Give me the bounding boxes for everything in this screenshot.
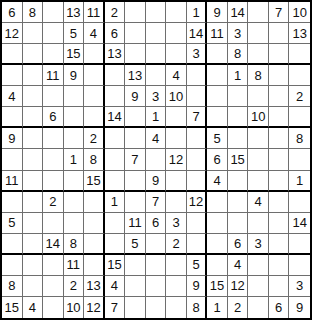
cell-r7c11-given: 5	[207, 128, 228, 149]
cell-r12c12-given: 6	[228, 234, 249, 255]
cell-r13c7-empty[interactable]	[125, 255, 146, 276]
cell-r12c8-empty[interactable]	[146, 234, 167, 255]
cell-r8c11-given: 6	[207, 149, 228, 170]
cell-r3c8-empty[interactable]	[146, 44, 167, 65]
cell-r8c3-empty[interactable]	[43, 149, 64, 170]
cell-r11c12-empty[interactable]	[228, 213, 249, 234]
cell-r10c5-empty[interactable]	[84, 192, 105, 213]
cell-r6c10-given: 7	[187, 107, 208, 128]
cell-r3c10-given: 3	[187, 44, 208, 65]
cell-r5c12-empty[interactable]	[228, 86, 249, 107]
cell-r2c4-given: 5	[64, 23, 85, 44]
cell-r1c15-given: 10	[289, 2, 310, 23]
cell-r14c13-empty[interactable]	[248, 276, 269, 297]
cell-r14c9-empty[interactable]	[166, 276, 187, 297]
cell-r5c5-empty[interactable]	[84, 86, 105, 107]
cell-r8c9-given: 12	[166, 149, 187, 170]
cell-r13c5-empty[interactable]	[84, 255, 105, 276]
cell-r6c12-empty[interactable]	[228, 107, 249, 128]
cell-r15c9-empty[interactable]	[166, 297, 187, 318]
cell-r8c5-given: 8	[84, 149, 105, 170]
cell-r7c7-empty[interactable]	[125, 128, 146, 149]
cell-r15c10-given: 8	[187, 297, 208, 318]
cell-r3c4-given: 15	[64, 44, 85, 65]
cell-r9c11-given: 4	[207, 171, 228, 192]
cell-r13c3-empty[interactable]	[43, 255, 64, 276]
cell-r9c13-empty[interactable]	[248, 171, 269, 192]
cell-r5c13-empty[interactable]	[248, 86, 269, 107]
cell-r7c2-empty[interactable]	[23, 128, 44, 149]
cell-r9c14-empty[interactable]	[269, 171, 290, 192]
cell-r2c6-given: 6	[105, 23, 126, 44]
cell-r5c6-empty[interactable]	[105, 86, 126, 107]
cell-r1c8-empty[interactable]	[146, 2, 167, 23]
cell-r15c11-given: 1	[207, 297, 228, 318]
cell-r5c4-empty[interactable]	[64, 86, 85, 107]
cell-r4c5-empty[interactable]	[84, 65, 105, 86]
cell-r4c1-empty[interactable]	[2, 65, 23, 86]
cell-r5c1-given: 4	[2, 86, 23, 107]
cell-r11c1-given: 5	[2, 213, 23, 234]
cell-r12c13-given: 3	[248, 234, 269, 255]
cell-r11c14-empty[interactable]	[269, 213, 290, 234]
cell-r3c13-empty[interactable]	[248, 44, 269, 65]
cell-r14c3-empty[interactable]	[43, 276, 64, 297]
cell-r12c9-given: 2	[166, 234, 187, 255]
cell-r4c9-given: 4	[166, 65, 187, 86]
cell-r5c14-empty[interactable]	[269, 86, 290, 107]
cell-r1c12-given: 14	[228, 2, 249, 23]
cell-r1c9-empty[interactable]	[166, 2, 187, 23]
cell-r3c12-given: 8	[228, 44, 249, 65]
cell-r9c15-given: 1	[289, 171, 310, 192]
cell-r5c15-given: 2	[289, 86, 310, 107]
cell-r13c1-empty[interactable]	[2, 255, 23, 276]
cell-r11c13-empty[interactable]	[248, 213, 269, 234]
cell-r15c8-empty[interactable]	[146, 297, 167, 318]
cell-r7c13-empty[interactable]	[248, 128, 269, 149]
cell-r9c12-empty[interactable]	[228, 171, 249, 192]
cell-r1c7-empty[interactable]	[125, 2, 146, 23]
cell-r8c14-empty[interactable]	[269, 149, 290, 170]
cell-r1c6-given: 2	[105, 2, 126, 23]
cell-r2c9-empty[interactable]	[166, 23, 187, 44]
cell-r9c7-empty[interactable]	[125, 171, 146, 192]
cell-r14c11-given: 15	[207, 276, 228, 297]
cell-r12c3-given: 14	[43, 234, 64, 255]
cell-r10c6-given: 1	[105, 192, 126, 213]
cell-r12c2-empty[interactable]	[23, 234, 44, 255]
cell-r4c2-empty[interactable]	[23, 65, 44, 86]
cell-r12c15-empty[interactable]	[289, 234, 310, 255]
cell-r10c1-empty[interactable]	[2, 192, 23, 213]
cell-r13c15-empty[interactable]	[289, 255, 310, 276]
cell-r2c11-given: 11	[207, 23, 228, 44]
cell-r5c11-empty[interactable]	[207, 86, 228, 107]
cell-r15c12-given: 2	[228, 297, 249, 318]
cell-r14c4-given: 2	[64, 276, 85, 297]
cell-r10c3-given: 2	[43, 192, 64, 213]
cell-r3c9-empty[interactable]	[166, 44, 187, 65]
cell-r2c7-empty[interactable]	[125, 23, 146, 44]
cell-r5c2-empty[interactable]	[23, 86, 44, 107]
cell-r11c10-empty[interactable]	[187, 213, 208, 234]
cell-r3c7-empty[interactable]	[125, 44, 146, 65]
cell-r6c15-empty[interactable]	[289, 107, 310, 128]
cell-r14c2-empty[interactable]	[23, 276, 44, 297]
cell-r1c4-given: 13	[64, 2, 85, 23]
cell-r14c6-given: 4	[105, 276, 126, 297]
cell-r10c2-empty[interactable]	[23, 192, 44, 213]
cell-r9c9-empty[interactable]	[166, 171, 187, 192]
cell-r11c11-empty[interactable]	[207, 213, 228, 234]
cell-r13c6-given: 15	[105, 255, 126, 276]
cell-r12c6-empty[interactable]	[105, 234, 126, 255]
cell-r15c15-given: 9	[289, 297, 310, 318]
cell-r1c14-given: 7	[269, 2, 290, 23]
cell-r8c15-empty[interactable]	[289, 149, 310, 170]
cell-r3c2-empty[interactable]	[23, 44, 44, 65]
cell-r9c8-given: 9	[146, 171, 167, 192]
cell-r15c6-given: 7	[105, 297, 126, 318]
cell-r9c2-empty[interactable]	[23, 171, 44, 192]
cell-r12c5-empty[interactable]	[84, 234, 105, 255]
cell-r10c12-empty[interactable]	[228, 192, 249, 213]
cell-r1c10-given: 1	[187, 2, 208, 23]
cell-r5c8-given: 3	[146, 86, 167, 107]
cell-r7c1-given: 9	[2, 128, 23, 149]
cell-r11c2-empty[interactable]	[23, 213, 44, 234]
cell-r7c15-given: 8	[289, 128, 310, 149]
cell-r4c10-empty[interactable]	[187, 65, 208, 86]
cell-r15c1-given: 15	[2, 297, 23, 318]
cell-r8c7-given: 7	[125, 149, 146, 170]
cell-r12c11-empty[interactable]	[207, 234, 228, 255]
cell-r11c9-given: 3	[166, 213, 187, 234]
cell-r2c13-empty[interactable]	[248, 23, 269, 44]
cell-r12c10-empty[interactable]	[187, 234, 208, 255]
cell-r9c5-given: 15	[84, 171, 105, 192]
cell-r7c6-empty[interactable]	[105, 128, 126, 149]
cell-r5c9-given: 10	[166, 86, 187, 107]
cell-r6c1-empty[interactable]	[2, 107, 23, 128]
sudoku-board: 6813112191471012546141131315133811913418…	[0, 0, 312, 320]
cell-r10c14-empty[interactable]	[269, 192, 290, 213]
cell-r6c2-empty[interactable]	[23, 107, 44, 128]
cell-r10c13-given: 4	[248, 192, 269, 213]
cell-r7c10-empty[interactable]	[187, 128, 208, 149]
cell-r13c13-empty[interactable]	[248, 255, 269, 276]
cell-r14c12-given: 12	[228, 276, 249, 297]
cell-r15c14-given: 6	[269, 297, 290, 318]
cell-r4c14-empty[interactable]	[269, 65, 290, 86]
cell-r12c4-given: 8	[64, 234, 85, 255]
cell-r5c10-empty[interactable]	[187, 86, 208, 107]
cell-r10c7-empty[interactable]	[125, 192, 146, 213]
cell-r8c8-empty[interactable]	[146, 149, 167, 170]
cell-r11c15-given: 14	[289, 213, 310, 234]
cell-r9c10-empty[interactable]	[187, 171, 208, 192]
cell-r12c1-empty[interactable]	[2, 234, 23, 255]
cell-r8c10-empty[interactable]	[187, 149, 208, 170]
cell-r10c10-given: 12	[187, 192, 208, 213]
cell-r11c6-empty[interactable]	[105, 213, 126, 234]
cell-r13c12-given: 4	[228, 255, 249, 276]
cell-r1c2-given: 8	[23, 2, 44, 23]
cell-r2c2-empty[interactable]	[23, 23, 44, 44]
cell-r5c3-empty[interactable]	[43, 86, 64, 107]
cell-r13c8-empty[interactable]	[146, 255, 167, 276]
cell-r10c11-empty[interactable]	[207, 192, 228, 213]
cell-r11c3-empty[interactable]	[43, 213, 64, 234]
cell-r8c2-empty[interactable]	[23, 149, 44, 170]
cell-r7c12-empty[interactable]	[228, 128, 249, 149]
cell-r11c5-empty[interactable]	[84, 213, 105, 234]
cell-r6c4-empty[interactable]	[64, 107, 85, 128]
cell-r15c5-given: 12	[84, 297, 105, 318]
cell-r14c5-given: 13	[84, 276, 105, 297]
cell-r8c12-given: 15	[228, 149, 249, 170]
cell-r4c6-empty[interactable]	[105, 65, 126, 86]
cell-r9c4-empty[interactable]	[64, 171, 85, 192]
cell-r6c8-given: 1	[146, 107, 167, 128]
cell-r11c4-empty[interactable]	[64, 213, 85, 234]
cell-r6c11-empty[interactable]	[207, 107, 228, 128]
cell-r3c6-given: 13	[105, 44, 126, 65]
cell-r1c11-given: 9	[207, 2, 228, 23]
cell-r2c12-given: 3	[228, 23, 249, 44]
cell-r4c3-given: 11	[43, 65, 64, 86]
cell-r15c4-given: 10	[64, 297, 85, 318]
cell-r15c7-empty[interactable]	[125, 297, 146, 318]
cell-r6c6-given: 14	[105, 107, 126, 128]
cell-r7c9-empty[interactable]	[166, 128, 187, 149]
cell-r3c14-empty[interactable]	[269, 44, 290, 65]
cell-r10c4-empty[interactable]	[64, 192, 85, 213]
cell-r2c5-given: 4	[84, 23, 105, 44]
cell-r11c7-given: 11	[125, 213, 146, 234]
cell-r9c3-empty[interactable]	[43, 171, 64, 192]
cell-r3c11-empty[interactable]	[207, 44, 228, 65]
cell-r3c1-empty[interactable]	[2, 44, 23, 65]
cell-r14c10-given: 9	[187, 276, 208, 297]
cell-r15c2-given: 4	[23, 297, 44, 318]
cell-r6c3-given: 6	[43, 107, 64, 128]
cell-r5c7-given: 9	[125, 86, 146, 107]
cell-r3c5-empty[interactable]	[84, 44, 105, 65]
cell-r1c5-given: 11	[84, 2, 105, 23]
cell-r13c14-empty[interactable]	[269, 255, 290, 276]
cell-r8c6-empty[interactable]	[105, 149, 126, 170]
cell-r6c9-empty[interactable]	[166, 107, 187, 128]
cell-r6c7-empty[interactable]	[125, 107, 146, 128]
cell-r14c14-empty[interactable]	[269, 276, 290, 297]
cell-r6c5-empty[interactable]	[84, 107, 105, 128]
cell-r9c6-empty[interactable]	[105, 171, 126, 192]
cell-r4c7-given: 13	[125, 65, 146, 86]
cell-r10c8-given: 7	[146, 192, 167, 213]
cell-r2c1-given: 12	[2, 23, 23, 44]
cell-r10c9-empty[interactable]	[166, 192, 187, 213]
cell-r15c13-empty[interactable]	[248, 297, 269, 318]
cell-r13c10-given: 5	[187, 255, 208, 276]
cell-r13c9-empty[interactable]	[166, 255, 187, 276]
cell-r4c4-given: 9	[64, 65, 85, 86]
cell-r2c14-empty[interactable]	[269, 23, 290, 44]
cell-r7c5-given: 2	[84, 128, 105, 149]
cell-r1c13-empty[interactable]	[248, 2, 269, 23]
cell-r1c1-given: 6	[2, 2, 23, 23]
cell-r3c3-empty[interactable]	[43, 44, 64, 65]
cell-r11c8-given: 6	[146, 213, 167, 234]
cell-r8c13-empty[interactable]	[248, 149, 269, 170]
cell-r14c1-given: 8	[2, 276, 23, 297]
cell-r7c14-empty[interactable]	[269, 128, 290, 149]
cell-r12c14-empty[interactable]	[269, 234, 290, 255]
cell-r2c15-given: 13	[289, 23, 310, 44]
cell-r12c7-given: 5	[125, 234, 146, 255]
cell-r1c3-empty[interactable]	[43, 2, 64, 23]
cell-r4c13-given: 8	[248, 65, 269, 86]
cell-r8c4-given: 1	[64, 149, 85, 170]
cell-r9c1-given: 11	[2, 171, 23, 192]
cell-r14c7-empty[interactable]	[125, 276, 146, 297]
cell-r14c8-empty[interactable]	[146, 276, 167, 297]
cell-r2c3-empty[interactable]	[43, 23, 64, 44]
cell-r4c12-given: 1	[228, 65, 249, 86]
cell-r10c15-empty[interactable]	[289, 192, 310, 213]
cell-r8c1-empty[interactable]	[2, 149, 23, 170]
cell-r7c4-empty[interactable]	[64, 128, 85, 149]
cell-r4c15-empty[interactable]	[289, 65, 310, 86]
cell-r4c11-empty[interactable]	[207, 65, 228, 86]
cell-r6c13-given: 10	[248, 107, 269, 128]
cell-r2c10-given: 14	[187, 23, 208, 44]
cell-r13c4-given: 11	[64, 255, 85, 276]
cell-r6c14-empty[interactable]	[269, 107, 290, 128]
cell-r4c8-empty[interactable]	[146, 65, 167, 86]
cell-r13c11-empty[interactable]	[207, 255, 228, 276]
cell-r13c2-empty[interactable]	[23, 255, 44, 276]
cell-r3c15-empty[interactable]	[289, 44, 310, 65]
cell-r7c8-given: 4	[146, 128, 167, 149]
cell-r15c3-empty[interactable]	[43, 297, 64, 318]
cell-r14c15-given: 3	[289, 276, 310, 297]
cell-r7c3-empty[interactable]	[43, 128, 64, 149]
cell-r2c8-empty[interactable]	[146, 23, 167, 44]
